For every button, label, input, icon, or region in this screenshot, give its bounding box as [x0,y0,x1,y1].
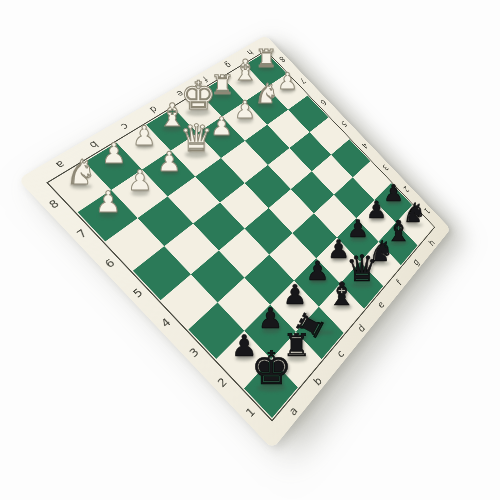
product-photo-scene: aabbccddeeffgghh8877665544332211 ♞♟♟♝♚♜♝… [0,0,500,500]
chess-board-grid [50,52,433,418]
chess-mat-3d-plane: aabbccddeeffgghh8877665544332211 [50,52,433,418]
